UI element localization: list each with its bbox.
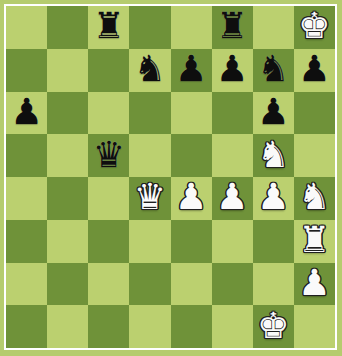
square-f7[interactable]: ♟ (212, 49, 253, 92)
white-knight[interactable]: ♞ (298, 179, 330, 215)
square-a3[interactable] (6, 220, 47, 263)
square-c8[interactable]: ♜ (88, 6, 129, 49)
black-knight[interactable]: ♞ (257, 51, 289, 87)
square-e4[interactable]: ♟ (171, 177, 212, 220)
square-d4[interactable]: ♛ (129, 177, 170, 220)
square-e8[interactable] (171, 6, 212, 49)
square-a7[interactable] (6, 49, 47, 92)
square-a1[interactable] (6, 305, 47, 348)
black-rook[interactable]: ♜ (216, 8, 248, 44)
square-g1[interactable]: ♚ (253, 305, 294, 348)
chess-board-screenshot: ♜♜♚♞♟♟♞♟♟♟♛♞♛♟♟♟♞♜♟♚ (0, 0, 342, 356)
black-pawn[interactable]: ♟ (257, 94, 289, 130)
square-e7[interactable]: ♟ (171, 49, 212, 92)
square-h3[interactable]: ♜ (294, 220, 335, 263)
black-pawn[interactable]: ♟ (298, 51, 330, 87)
square-b6[interactable] (47, 92, 88, 135)
square-d8[interactable] (129, 6, 170, 49)
square-e2[interactable] (171, 263, 212, 306)
white-pawn[interactable]: ♟ (216, 179, 248, 215)
white-pawn[interactable]: ♟ (257, 179, 289, 215)
square-e3[interactable] (171, 220, 212, 263)
square-d3[interactable] (129, 220, 170, 263)
white-knight[interactable]: ♞ (257, 137, 289, 173)
black-knight[interactable]: ♞ (134, 51, 166, 87)
black-pawn[interactable]: ♟ (175, 51, 207, 87)
square-g8[interactable] (253, 6, 294, 49)
white-rook[interactable]: ♜ (298, 222, 330, 258)
square-d2[interactable] (129, 263, 170, 306)
square-g4[interactable]: ♟ (253, 177, 294, 220)
square-e1[interactable] (171, 305, 212, 348)
square-h1[interactable] (294, 305, 335, 348)
square-c6[interactable] (88, 92, 129, 135)
square-b8[interactable] (47, 6, 88, 49)
square-c2[interactable] (88, 263, 129, 306)
white-king[interactable]: ♚ (298, 8, 330, 44)
square-c3[interactable] (88, 220, 129, 263)
square-d7[interactable]: ♞ (129, 49, 170, 92)
chess-board: ♜♜♚♞♟♟♞♟♟♟♛♞♛♟♟♟♞♜♟♚ (6, 6, 335, 348)
square-a2[interactable] (6, 263, 47, 306)
square-f3[interactable] (212, 220, 253, 263)
square-h6[interactable] (294, 92, 335, 135)
white-king[interactable]: ♚ (257, 308, 289, 344)
square-h5[interactable] (294, 134, 335, 177)
square-d6[interactable] (129, 92, 170, 135)
square-b7[interactable] (47, 49, 88, 92)
square-b2[interactable] (47, 263, 88, 306)
square-d5[interactable] (129, 134, 170, 177)
square-e6[interactable] (171, 92, 212, 135)
square-c5[interactable]: ♛ (88, 134, 129, 177)
square-g7[interactable]: ♞ (253, 49, 294, 92)
black-queen[interactable]: ♛ (93, 137, 125, 173)
square-f1[interactable] (212, 305, 253, 348)
black-rook[interactable]: ♜ (93, 8, 125, 44)
square-a4[interactable] (6, 177, 47, 220)
square-h4[interactable]: ♞ (294, 177, 335, 220)
square-b1[interactable] (47, 305, 88, 348)
white-pawn[interactable]: ♟ (175, 179, 207, 215)
square-a6[interactable]: ♟ (6, 92, 47, 135)
white-pawn[interactable]: ♟ (298, 265, 330, 301)
square-b4[interactable] (47, 177, 88, 220)
black-pawn[interactable]: ♟ (216, 51, 248, 87)
square-h8[interactable]: ♚ (294, 6, 335, 49)
square-f6[interactable] (212, 92, 253, 135)
square-h2[interactable]: ♟ (294, 263, 335, 306)
square-b3[interactable] (47, 220, 88, 263)
square-d1[interactable] (129, 305, 170, 348)
square-f4[interactable]: ♟ (212, 177, 253, 220)
square-e5[interactable] (171, 134, 212, 177)
square-h7[interactable]: ♟ (294, 49, 335, 92)
square-a8[interactable] (6, 6, 47, 49)
square-c4[interactable] (88, 177, 129, 220)
square-f5[interactable] (212, 134, 253, 177)
white-queen[interactable]: ♛ (134, 179, 166, 215)
black-pawn[interactable]: ♟ (10, 94, 42, 130)
board-frame: ♜♜♚♞♟♟♞♟♟♟♛♞♛♟♟♟♞♜♟♚ (4, 4, 337, 350)
square-f8[interactable]: ♜ (212, 6, 253, 49)
square-g6[interactable]: ♟ (253, 92, 294, 135)
square-g2[interactable] (253, 263, 294, 306)
square-g5[interactable]: ♞ (253, 134, 294, 177)
square-c7[interactable] (88, 49, 129, 92)
square-g3[interactable] (253, 220, 294, 263)
square-f2[interactable] (212, 263, 253, 306)
square-c1[interactable] (88, 305, 129, 348)
square-a5[interactable] (6, 134, 47, 177)
square-b5[interactable] (47, 134, 88, 177)
